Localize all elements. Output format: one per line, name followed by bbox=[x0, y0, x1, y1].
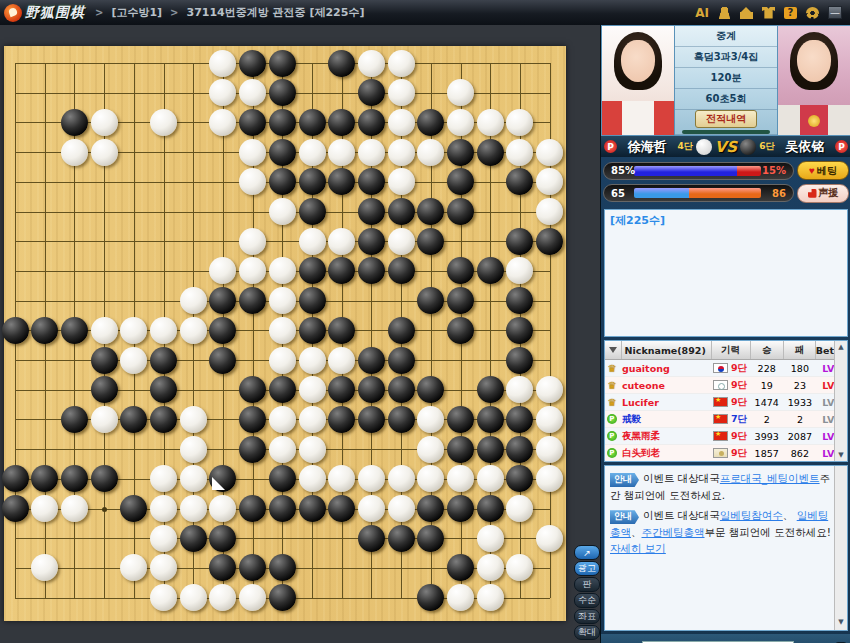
white-stone bbox=[31, 495, 58, 522]
rank-label: 9단 bbox=[731, 447, 747, 460]
white-stone bbox=[180, 495, 207, 522]
white-stone bbox=[536, 168, 563, 195]
table-row[interactable]: ♛cuteone9단1923LV8 bbox=[605, 377, 847, 394]
black-stone bbox=[477, 495, 504, 522]
white-player-rank: 4단 bbox=[678, 140, 693, 153]
black-stone bbox=[180, 525, 207, 552]
black-stone bbox=[417, 198, 444, 225]
announcement-link[interactable]: 일베팅참여수 bbox=[720, 509, 783, 521]
white-stone bbox=[269, 287, 296, 314]
black-stone bbox=[269, 584, 296, 611]
title-bar: 野狐围棋 > [고수방1] > 37114번중계방 관전중 [제225수] AI… bbox=[0, 0, 850, 25]
grid-line bbox=[15, 538, 550, 539]
nickname: Lucifer bbox=[622, 397, 659, 408]
black-stone bbox=[299, 109, 326, 136]
black-stone bbox=[269, 139, 296, 166]
win-count: 1474 bbox=[750, 394, 784, 410]
white-stone bbox=[388, 109, 415, 136]
black-stone bbox=[91, 347, 118, 374]
white-stone bbox=[506, 554, 533, 581]
white-stone bbox=[269, 347, 296, 374]
win-count: 228 bbox=[750, 360, 784, 376]
white-stone bbox=[209, 584, 236, 611]
black-stone bbox=[417, 495, 444, 522]
nickname: 戒毅 bbox=[622, 413, 641, 426]
user-icon[interactable] bbox=[718, 7, 731, 19]
rank-label: 7단 bbox=[731, 413, 747, 426]
white-player-badge[interactable]: P bbox=[604, 140, 617, 153]
flag-cn-icon bbox=[713, 431, 728, 441]
rank-label: 9단 bbox=[731, 396, 747, 409]
loss-count: 180 bbox=[784, 360, 817, 376]
flag-kr-icon bbox=[713, 363, 728, 373]
white-stone bbox=[91, 317, 118, 344]
medal-icon bbox=[808, 115, 820, 127]
black-stone bbox=[239, 50, 266, 77]
table-header: Nickname(892)기력승패BetLv bbox=[605, 341, 847, 360]
white-stone bbox=[150, 465, 177, 492]
white-stone bbox=[417, 139, 444, 166]
bar-right-value: 15% bbox=[762, 165, 786, 176]
black-stone bbox=[506, 287, 533, 314]
table-row[interactable]: ♛Lucifer9단14741933LV2 bbox=[605, 394, 847, 411]
black-stone bbox=[358, 376, 385, 403]
white-stone bbox=[358, 139, 385, 166]
notice-badge: 안내 bbox=[610, 473, 639, 487]
black-stone bbox=[269, 554, 296, 581]
white-stone bbox=[239, 79, 266, 106]
black-stone bbox=[269, 109, 296, 136]
black-player-name: 吴依铭 bbox=[785, 138, 824, 156]
bet-bar-row: 85%15%♥베팅 bbox=[603, 161, 849, 181]
white-stone bbox=[269, 198, 296, 225]
black-stone bbox=[388, 376, 415, 403]
black-stone bbox=[477, 139, 504, 166]
black-stone bbox=[358, 347, 385, 374]
white-stone bbox=[180, 465, 207, 492]
black-stone bbox=[120, 495, 147, 522]
white-stone bbox=[477, 525, 504, 552]
black-stone bbox=[61, 465, 88, 492]
breadcrumb-game: 37114번중계방 관전중 [제225수] bbox=[187, 5, 365, 20]
crown-icon: ♛ bbox=[607, 380, 616, 391]
player-area: 중계 흑덤3과3/4집 120분 60초5회 전적내역 bbox=[601, 25, 850, 136]
black-stone bbox=[299, 168, 326, 195]
black-stone bbox=[328, 50, 355, 77]
white-stone bbox=[477, 554, 504, 581]
bet-button-label: 声援 bbox=[819, 186, 839, 200]
white-stone bbox=[61, 495, 88, 522]
black-stone bbox=[417, 525, 444, 552]
help-icon[interactable]: ? bbox=[784, 7, 797, 19]
breadcrumb-room[interactable]: [고수방1] bbox=[111, 5, 162, 20]
announcement-text: 、 bbox=[631, 526, 642, 538]
white-stone bbox=[269, 406, 296, 433]
table-scrollbar[interactable]: ▲ ▼ bbox=[834, 341, 847, 461]
flag-cn-icon bbox=[713, 397, 728, 407]
white-stone bbox=[388, 50, 415, 77]
announcement-text: 부문 챔피언에 도전하세요! bbox=[705, 526, 831, 538]
shirt-icon[interactable] bbox=[762, 7, 775, 19]
rank-label: 9단 bbox=[731, 430, 747, 443]
name-bar: P 徐海哲 4단 VS 6단 吴依铭 P bbox=[601, 136, 850, 157]
win-count: 19 bbox=[750, 377, 784, 393]
white-stone bbox=[120, 347, 147, 374]
black-stone bbox=[239, 495, 266, 522]
scroll-down-icon[interactable]: ▼ bbox=[838, 615, 843, 630]
black-stone bbox=[506, 465, 533, 492]
white-stone bbox=[477, 465, 504, 492]
white-stone bbox=[299, 228, 326, 255]
black-stone bbox=[2, 465, 29, 492]
black-stone bbox=[328, 376, 355, 403]
white-stone bbox=[388, 465, 415, 492]
black-player-badge[interactable]: P bbox=[835, 140, 848, 153]
avatar-white-player[interactable] bbox=[601, 25, 675, 136]
white-stone bbox=[477, 109, 504, 136]
black-stone bbox=[447, 287, 474, 314]
black-stone bbox=[388, 257, 415, 284]
black-stone bbox=[299, 198, 326, 225]
white-stone bbox=[239, 139, 266, 166]
right-panel: 중계 흑덤3과3/4집 120분 60초5회 전적내역 P 徐海哲 4단 bbox=[600, 25, 850, 643]
table-header-1[interactable]: 기력 bbox=[712, 341, 751, 359]
white-stone bbox=[239, 257, 266, 284]
announcement: 안내이벤트 대상대국프로대국_베팅이벤트주간 챔피언에 도전하세요. bbox=[610, 470, 831, 503]
scroll-down-icon[interactable]: ▼ bbox=[838, 449, 843, 461]
white-stone bbox=[388, 228, 415, 255]
move-number-label: [제225수] bbox=[605, 210, 847, 231]
black-stone bbox=[536, 228, 563, 255]
black-stone bbox=[150, 406, 177, 433]
white-stone bbox=[150, 109, 177, 136]
black-stone bbox=[269, 495, 296, 522]
crown-icon: ♛ bbox=[607, 397, 616, 408]
loss-count: 23 bbox=[784, 377, 817, 393]
black-stone bbox=[388, 525, 415, 552]
announcement: 안내이벤트 대상대국일베팅참여수、 일베팅총액、주간베팅총액부문 챔피언에 도전… bbox=[610, 507, 831, 556]
black-stone bbox=[31, 317, 58, 344]
black-stone bbox=[299, 287, 326, 314]
player-level-icon: P bbox=[607, 448, 617, 458]
white-stone bbox=[536, 139, 563, 166]
nickname: 夜黑雨柔 bbox=[622, 430, 660, 443]
white-stone bbox=[447, 465, 474, 492]
announcement-link[interactable]: 주간베팅총액 bbox=[642, 526, 705, 538]
filter-funnel-icon[interactable] bbox=[609, 347, 617, 353]
black-stone bbox=[358, 109, 385, 136]
black-stone bbox=[388, 317, 415, 344]
announcement-scrollbar[interactable]: ▼ bbox=[834, 466, 847, 630]
chat-bar: 보내기 ↵ bbox=[601, 634, 850, 643]
black-stone bbox=[269, 79, 296, 106]
rank-label: 9단 bbox=[731, 362, 747, 375]
win-count: 3993 bbox=[750, 428, 784, 444]
white-stone bbox=[536, 376, 563, 403]
black-stone bbox=[358, 406, 385, 433]
black-stone bbox=[506, 168, 533, 195]
table-row[interactable]: P白头到老9단1857862LV7 bbox=[605, 445, 847, 462]
table-row[interactable]: ♛guaitong9단228180LV7 bbox=[605, 360, 847, 377]
black-stone bbox=[2, 317, 29, 344]
white-stone bbox=[417, 436, 444, 463]
bet-ratio-bar: 6586 bbox=[603, 184, 794, 202]
black-stone bbox=[358, 525, 385, 552]
black-stone bbox=[447, 139, 474, 166]
player-level-icon: P bbox=[607, 414, 617, 424]
white-stone bbox=[239, 228, 266, 255]
white-stone bbox=[209, 257, 236, 284]
black-stone bbox=[358, 79, 385, 106]
black-stone bbox=[328, 109, 355, 136]
white-stone bbox=[31, 554, 58, 581]
home-icon[interactable] bbox=[740, 7, 753, 19]
black-stone bbox=[91, 376, 118, 403]
avatar-black-player[interactable] bbox=[777, 25, 850, 136]
black-stone bbox=[417, 287, 444, 314]
white-stone bbox=[150, 525, 177, 552]
white-stone bbox=[447, 584, 474, 611]
spectator-table: Nickname(892)기력승패BetLv♛guaitong9단228180L… bbox=[604, 340, 848, 462]
white-stone bbox=[299, 465, 326, 492]
tool-button-판[interactable]: 판 bbox=[574, 577, 600, 592]
white-stone bbox=[299, 376, 326, 403]
black-stone bbox=[328, 257, 355, 284]
bet-button[interactable]: ♥베팅 bbox=[797, 161, 849, 180]
breadcrumb-sep: > bbox=[95, 7, 103, 18]
black-stone bbox=[209, 525, 236, 552]
white-stone bbox=[506, 257, 533, 284]
white-stone bbox=[269, 317, 296, 344]
table-header-0[interactable]: Nickname(892) bbox=[622, 341, 712, 359]
black-stone bbox=[506, 228, 533, 255]
board-tool-buttons: ↗광고판수순좌표확대 bbox=[574, 545, 600, 640]
white-stone bbox=[388, 139, 415, 166]
black-stone bbox=[299, 317, 326, 344]
white-stone bbox=[536, 406, 563, 433]
black-stone-icon bbox=[740, 139, 756, 155]
bar-left-value: 85% bbox=[611, 165, 635, 176]
black-stone bbox=[388, 198, 415, 225]
black-stone bbox=[477, 436, 504, 463]
breadcrumb: > [고수방1] > 37114번중계방 관전중 [제225수] bbox=[95, 5, 364, 20]
white-stone bbox=[91, 139, 118, 166]
star-point bbox=[102, 507, 107, 512]
white-stone bbox=[358, 495, 385, 522]
black-stone bbox=[2, 495, 29, 522]
announcement-box: 안내이벤트 대상대국프로대국_베팅이벤트주간 챔피언에 도전하세요.안내이벤트 … bbox=[604, 465, 848, 631]
vs-area: 4단 VS 6단 bbox=[678, 138, 775, 156]
black-stone bbox=[506, 406, 533, 433]
black-stone bbox=[388, 347, 415, 374]
gear-icon[interactable] bbox=[806, 7, 819, 19]
black-stone bbox=[447, 436, 474, 463]
scroll-up-icon[interactable]: ▲ bbox=[838, 341, 843, 353]
black-stone bbox=[209, 554, 236, 581]
white-stone bbox=[506, 139, 533, 166]
white-stone bbox=[447, 109, 474, 136]
heart-icon: ♥ bbox=[809, 165, 815, 176]
black-stone bbox=[328, 317, 355, 344]
breadcrumb-sep: > bbox=[170, 7, 178, 18]
black-stone bbox=[61, 317, 88, 344]
table-row[interactable]: P戒毅7단22LV3 bbox=[605, 411, 847, 428]
table-row[interactable]: P夜黑雨柔9단39932087LV6 bbox=[605, 428, 847, 445]
loss-count: 1933 bbox=[784, 394, 817, 410]
black-stone bbox=[269, 50, 296, 77]
white-stone bbox=[536, 436, 563, 463]
black-stone bbox=[477, 257, 504, 284]
announcement-text: 、 bbox=[783, 509, 797, 521]
black-stone bbox=[61, 109, 88, 136]
white-stone bbox=[180, 584, 207, 611]
white-stone bbox=[209, 79, 236, 106]
tool-button-광고[interactable]: 광고 bbox=[574, 561, 600, 576]
fox-logo-icon bbox=[4, 4, 22, 22]
nickname: cuteone bbox=[622, 380, 665, 391]
black-stone bbox=[447, 554, 474, 581]
white-stone bbox=[328, 228, 355, 255]
white-stone bbox=[299, 436, 326, 463]
move-message-box[interactable]: [제225수] bbox=[604, 209, 848, 337]
black-stone bbox=[239, 287, 266, 314]
announcement-text: 이벤트 대상대국 bbox=[643, 472, 720, 484]
nickname: guaitong bbox=[622, 363, 670, 374]
white-stone bbox=[91, 109, 118, 136]
flag-circ-icon bbox=[713, 380, 728, 390]
white-stone bbox=[477, 584, 504, 611]
black-stone bbox=[239, 109, 266, 136]
white-stone bbox=[417, 406, 444, 433]
black-stone bbox=[477, 376, 504, 403]
game-info: 중계 흑덤3과3/4집 120분 60초5회 전적내역 bbox=[675, 25, 777, 136]
black-stone bbox=[447, 406, 474, 433]
white-stone bbox=[180, 287, 207, 314]
white-stone bbox=[91, 406, 118, 433]
black-stone bbox=[31, 465, 58, 492]
black-stone bbox=[447, 495, 474, 522]
vs-label: VS bbox=[715, 138, 737, 156]
black-stone bbox=[61, 406, 88, 433]
black-stone bbox=[209, 465, 236, 492]
app-window: 野狐围棋 > [고수방1] > 37114번중계방 관전중 [제225수] AI… bbox=[0, 0, 850, 643]
table-header-3[interactable]: 패 bbox=[784, 341, 816, 359]
black-stone bbox=[299, 495, 326, 522]
black-stone bbox=[209, 317, 236, 344]
white-stone bbox=[447, 79, 474, 106]
black-stone bbox=[417, 584, 444, 611]
black-stone bbox=[328, 406, 355, 433]
black-stone bbox=[417, 109, 444, 136]
black-stone bbox=[239, 376, 266, 403]
app-logo: 野狐围棋 bbox=[25, 4, 85, 22]
black-stone bbox=[239, 406, 266, 433]
tool-button-좌표[interactable]: 좌표 bbox=[574, 609, 600, 624]
black-stone bbox=[239, 554, 266, 581]
white-stone bbox=[150, 317, 177, 344]
black-stone bbox=[388, 406, 415, 433]
white-stone bbox=[506, 495, 533, 522]
cheer-button[interactable]: 声援 bbox=[797, 184, 849, 203]
black-stone bbox=[269, 465, 296, 492]
loss-count: 2 bbox=[784, 411, 817, 427]
share-icon-button[interactable]: ↗ bbox=[574, 545, 600, 560]
white-stone-icon bbox=[696, 139, 712, 155]
white-stone bbox=[358, 50, 385, 77]
white-stone bbox=[536, 198, 563, 225]
crown-icon: ♛ bbox=[607, 363, 616, 374]
win-count: 2 bbox=[750, 411, 784, 427]
tool-button-수순[interactable]: 수순 bbox=[574, 593, 600, 608]
white-stone bbox=[150, 495, 177, 522]
tool-button-확대[interactable]: 확대 bbox=[574, 625, 600, 640]
bet-ratio-bar: 85%15% bbox=[603, 162, 794, 180]
white-stone bbox=[299, 139, 326, 166]
notice-badge: 안내 bbox=[610, 510, 639, 524]
white-stone bbox=[239, 168, 266, 195]
white-stone bbox=[506, 109, 533, 136]
bet-bar-row: 6586声援 bbox=[603, 184, 849, 204]
black-stone bbox=[447, 317, 474, 344]
black-stone bbox=[417, 376, 444, 403]
flag-cn-icon bbox=[713, 414, 728, 424]
black-stone bbox=[447, 257, 474, 284]
white-stone bbox=[239, 584, 266, 611]
go-board[interactable] bbox=[4, 46, 566, 621]
announcement-link[interactable]: 프로대국_베팅이벤트 bbox=[720, 472, 820, 484]
bar-left-value: 65 bbox=[611, 188, 625, 199]
info-byoyomi: 60초5회 bbox=[675, 89, 777, 110]
nickname: 白头到老 bbox=[622, 447, 660, 460]
time-bar bbox=[682, 130, 770, 134]
white-player-name: 徐海哲 bbox=[628, 138, 667, 156]
white-stone bbox=[150, 584, 177, 611]
white-stone bbox=[506, 376, 533, 403]
white-stone bbox=[388, 168, 415, 195]
white-stone bbox=[209, 50, 236, 77]
table-header-2[interactable]: 승 bbox=[751, 341, 784, 359]
white-stone bbox=[388, 495, 415, 522]
white-stone bbox=[120, 317, 147, 344]
black-stone bbox=[506, 347, 533, 374]
black-stone bbox=[358, 228, 385, 255]
announcement-text: 이벤트 대상대국 bbox=[643, 509, 720, 521]
white-stone bbox=[209, 109, 236, 136]
last-move-marker bbox=[212, 477, 225, 490]
announcement-link[interactable]: 자세히 보기 bbox=[610, 542, 666, 554]
white-stone bbox=[61, 139, 88, 166]
rank-label: 9단 bbox=[731, 379, 747, 392]
ai-button[interactable]: AI bbox=[695, 7, 709, 19]
black-stone bbox=[358, 257, 385, 284]
white-stone bbox=[150, 554, 177, 581]
white-stone bbox=[180, 406, 207, 433]
info-komi: 흑덤3과3/4집 bbox=[675, 47, 777, 68]
loss-count: 862 bbox=[784, 445, 817, 461]
white-stone bbox=[417, 465, 444, 492]
white-stone bbox=[180, 317, 207, 344]
white-stone bbox=[120, 554, 147, 581]
white-stone bbox=[536, 465, 563, 492]
loss-count: 2087 bbox=[784, 428, 817, 444]
history-button[interactable]: 전적내역 bbox=[695, 110, 757, 128]
black-stone bbox=[506, 436, 533, 463]
minimize-button[interactable]: — bbox=[828, 6, 842, 19]
white-stone bbox=[328, 347, 355, 374]
win-count: 1857 bbox=[750, 445, 784, 461]
black-stone bbox=[417, 228, 444, 255]
black-stone bbox=[447, 168, 474, 195]
